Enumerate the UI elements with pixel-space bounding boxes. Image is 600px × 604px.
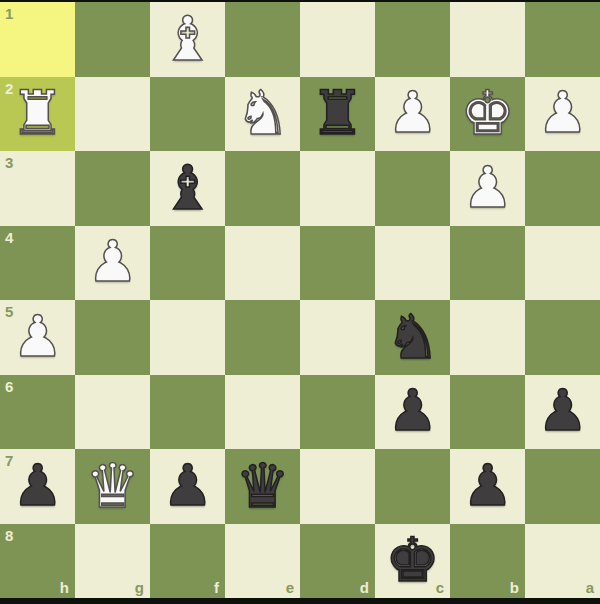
square-g6[interactable] (75, 375, 150, 450)
square-a7[interactable] (525, 449, 600, 524)
square-f8[interactable]: f (150, 524, 225, 599)
square-f2[interactable] (150, 77, 225, 152)
square-b4[interactable] (450, 226, 525, 301)
piece-white-pawn[interactable]: ♟ (375, 76, 450, 151)
square-b1[interactable] (450, 2, 525, 77)
square-c7[interactable] (375, 449, 450, 524)
square-d1[interactable] (300, 2, 375, 77)
piece-white-bishop[interactable]: ♝ (150, 1, 225, 76)
piece-white-pawn[interactable]: ♟ (525, 76, 600, 151)
square-a4[interactable] (525, 226, 600, 301)
square-h1[interactable]: 1 (0, 2, 75, 77)
square-g5[interactable] (75, 300, 150, 375)
square-a1[interactable] (525, 2, 600, 77)
square-b8[interactable]: b (450, 524, 525, 599)
square-c4[interactable] (375, 226, 450, 301)
square-d4[interactable] (300, 226, 375, 301)
rank-label-8: 8 (5, 528, 13, 543)
square-f7[interactable]: ♟ (150, 449, 225, 524)
square-e1[interactable] (225, 2, 300, 77)
piece-black-pawn[interactable]: ♟ (0, 448, 75, 523)
square-e5[interactable] (225, 300, 300, 375)
bottom-bar (0, 598, 600, 604)
square-a3[interactable] (525, 151, 600, 226)
square-d7[interactable] (300, 449, 375, 524)
square-a2[interactable]: ♟ (525, 77, 600, 152)
square-c3[interactable] (375, 151, 450, 226)
piece-black-pawn[interactable]: ♟ (525, 374, 600, 449)
square-c2[interactable]: ♟ (375, 77, 450, 152)
square-f1[interactable]: ♝ (150, 2, 225, 77)
board-frame: 1♝2♜♞♜♟♚♟3♝♟4♟5♟♞6♟♟7♟♛♟♛♟8hgfedc♚ba (0, 0, 600, 604)
square-g3[interactable] (75, 151, 150, 226)
piece-white-pawn[interactable]: ♟ (75, 225, 150, 300)
square-h7[interactable]: 7♟ (0, 449, 75, 524)
piece-white-rook[interactable]: ♜ (0, 76, 75, 151)
square-e2[interactable]: ♞ (225, 77, 300, 152)
square-b3[interactable]: ♟ (450, 151, 525, 226)
piece-white-pawn[interactable]: ♟ (0, 299, 75, 374)
file-label-d: d (360, 580, 369, 595)
square-h6[interactable]: 6 (0, 375, 75, 450)
square-b5[interactable] (450, 300, 525, 375)
square-e4[interactable] (225, 226, 300, 301)
piece-black-pawn[interactable]: ♟ (150, 448, 225, 523)
square-f6[interactable] (150, 375, 225, 450)
piece-black-knight[interactable]: ♞ (375, 299, 450, 374)
piece-black-pawn[interactable]: ♟ (450, 448, 525, 523)
square-h4[interactable]: 4 (0, 226, 75, 301)
square-d5[interactable] (300, 300, 375, 375)
rank-label-3: 3 (5, 155, 13, 170)
square-g1[interactable] (75, 2, 150, 77)
rank-label-4: 4 (5, 230, 13, 245)
square-h3[interactable]: 3 (0, 151, 75, 226)
square-e6[interactable] (225, 375, 300, 450)
square-e8[interactable]: e (225, 524, 300, 599)
square-g4[interactable]: ♟ (75, 226, 150, 301)
piece-black-queen[interactable]: ♛ (225, 448, 300, 523)
square-b6[interactable] (450, 375, 525, 450)
rank-label-1: 1 (5, 6, 13, 21)
piece-black-king[interactable]: ♚ (375, 523, 450, 598)
square-c1[interactable] (375, 2, 450, 77)
piece-black-pawn[interactable]: ♟ (375, 374, 450, 449)
square-g8[interactable]: g (75, 524, 150, 599)
square-c5[interactable]: ♞ (375, 300, 450, 375)
square-e3[interactable] (225, 151, 300, 226)
piece-white-knight[interactable]: ♞ (225, 76, 300, 151)
chess-board: 1♝2♜♞♜♟♚♟3♝♟4♟5♟♞6♟♟7♟♛♟♛♟8hgfedc♚ba (0, 2, 600, 598)
piece-white-king[interactable]: ♚ (450, 76, 525, 151)
piece-black-bishop[interactable]: ♝ (150, 150, 225, 225)
square-d3[interactable] (300, 151, 375, 226)
rank-label-6: 6 (5, 379, 13, 394)
square-c8[interactable]: c♚ (375, 524, 450, 599)
square-h8[interactable]: 8h (0, 524, 75, 599)
square-f4[interactable] (150, 226, 225, 301)
square-f3[interactable]: ♝ (150, 151, 225, 226)
file-label-f: f (214, 580, 219, 595)
file-label-h: h (60, 580, 69, 595)
square-a6[interactable]: ♟ (525, 375, 600, 450)
square-g2[interactable] (75, 77, 150, 152)
square-g7[interactable]: ♛ (75, 449, 150, 524)
square-c6[interactable]: ♟ (375, 375, 450, 450)
piece-black-rook[interactable]: ♜ (300, 76, 375, 151)
piece-white-queen[interactable]: ♛ (75, 448, 150, 523)
square-d8[interactable]: d (300, 524, 375, 599)
file-label-a: a (586, 580, 594, 595)
square-b2[interactable]: ♚ (450, 77, 525, 152)
file-label-e: e (286, 580, 294, 595)
square-f5[interactable] (150, 300, 225, 375)
file-label-g: g (135, 580, 144, 595)
square-b7[interactable]: ♟ (450, 449, 525, 524)
square-a5[interactable] (525, 300, 600, 375)
square-h5[interactable]: 5♟ (0, 300, 75, 375)
square-h2[interactable]: 2♜ (0, 77, 75, 152)
square-e7[interactable]: ♛ (225, 449, 300, 524)
file-label-b: b (510, 580, 519, 595)
square-a8[interactable]: a (525, 524, 600, 599)
square-d6[interactable] (300, 375, 375, 450)
square-d2[interactable]: ♜ (300, 77, 375, 152)
piece-white-pawn[interactable]: ♟ (450, 150, 525, 225)
